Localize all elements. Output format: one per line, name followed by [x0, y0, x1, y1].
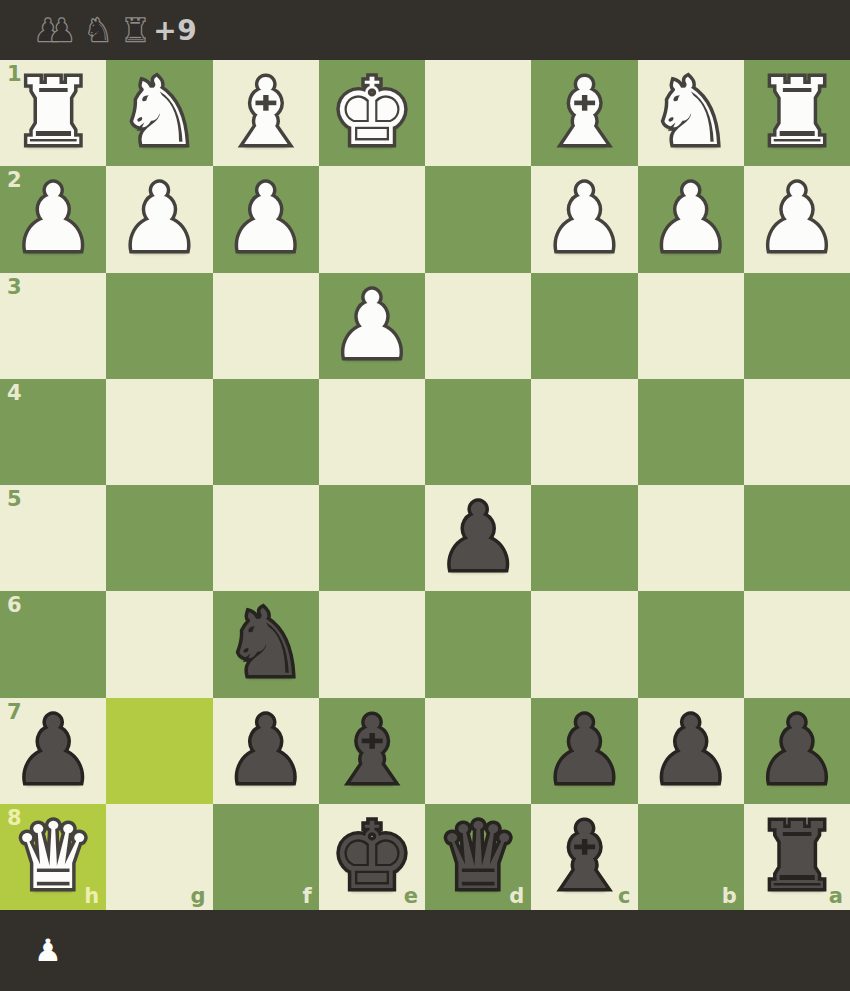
rank-label-3: 3 — [7, 277, 22, 298]
square-h1[interactable]: 1 — [0, 60, 106, 166]
square-b1[interactable] — [638, 60, 744, 166]
piece-white-pawn[interactable] — [638, 166, 744, 272]
square-a3[interactable] — [744, 273, 850, 379]
piece-white-pawn[interactable] — [531, 166, 637, 272]
piece-white-bishop[interactable] — [531, 60, 637, 166]
square-c3[interactable] — [531, 273, 637, 379]
captured-pieces-bottom — [0, 910, 62, 991]
square-g3[interactable] — [106, 273, 212, 379]
captured-group — [34, 935, 62, 966]
piece-white-pawn[interactable] — [744, 166, 850, 272]
file-label-e: e — [404, 886, 418, 907]
square-g6[interactable] — [106, 591, 212, 697]
captured-group — [85, 15, 113, 46]
captured-black-rook-icon — [121, 15, 149, 46]
square-e7[interactable] — [319, 698, 425, 804]
square-f6[interactable] — [213, 591, 319, 697]
material-score: +9 — [153, 14, 197, 47]
square-g8[interactable]: g — [106, 804, 212, 910]
captured-group — [121, 15, 149, 46]
square-d6[interactable] — [425, 591, 531, 697]
square-b8[interactable]: b — [638, 804, 744, 910]
square-d7[interactable] — [425, 698, 531, 804]
piece-black-pawn[interactable] — [638, 698, 744, 804]
square-g1[interactable] — [106, 60, 212, 166]
square-d5[interactable] — [425, 485, 531, 591]
square-h8[interactable]: 8h — [0, 804, 106, 910]
square-f8[interactable]: f — [213, 804, 319, 910]
file-label-g: g — [190, 886, 205, 907]
file-label-d: d — [509, 886, 524, 907]
square-e5[interactable] — [319, 485, 425, 591]
square-a4[interactable] — [744, 379, 850, 485]
square-d2[interactable] — [425, 166, 531, 272]
captured-group — [34, 15, 76, 46]
square-a1[interactable] — [744, 60, 850, 166]
captured-black-knight-icon — [85, 15, 113, 46]
square-c4[interactable] — [531, 379, 637, 485]
file-label-f: f — [303, 886, 312, 907]
square-d3[interactable] — [425, 273, 531, 379]
square-g2[interactable] — [106, 166, 212, 272]
chess-board[interactable]: 12345678hgfedcba — [0, 60, 850, 910]
file-label-c: c — [618, 886, 630, 907]
piece-black-pawn[interactable] — [425, 485, 531, 591]
rank-label-4: 4 — [7, 383, 22, 404]
square-g4[interactable] — [106, 379, 212, 485]
square-e8[interactable]: e — [319, 804, 425, 910]
square-h6[interactable]: 6 — [0, 591, 106, 697]
square-d4[interactable] — [425, 379, 531, 485]
square-f2[interactable] — [213, 166, 319, 272]
file-label-a: a — [829, 886, 843, 907]
square-b6[interactable] — [638, 591, 744, 697]
captured-white-pawn-icon — [34, 935, 62, 966]
square-g5[interactable] — [106, 485, 212, 591]
square-h5[interactable]: 5 — [0, 485, 106, 591]
piece-black-knight[interactable] — [213, 591, 319, 697]
square-e1[interactable] — [319, 60, 425, 166]
rank-label-2: 2 — [7, 170, 22, 191]
square-b2[interactable] — [638, 166, 744, 272]
square-e4[interactable] — [319, 379, 425, 485]
square-a6[interactable] — [744, 591, 850, 697]
square-a7[interactable] — [744, 698, 850, 804]
piece-black-pawn[interactable] — [744, 698, 850, 804]
square-b4[interactable] — [638, 379, 744, 485]
rank-label-5: 5 — [7, 489, 22, 510]
piece-white-knight[interactable] — [638, 60, 744, 166]
square-b3[interactable] — [638, 273, 744, 379]
square-f5[interactable] — [213, 485, 319, 591]
square-f1[interactable] — [213, 60, 319, 166]
square-e2[interactable] — [319, 166, 425, 272]
square-d1[interactable] — [425, 60, 531, 166]
rank-label-1: 1 — [7, 64, 22, 85]
square-h7[interactable]: 7 — [0, 698, 106, 804]
piece-white-rook[interactable] — [744, 60, 850, 166]
piece-white-pawn[interactable] — [106, 166, 212, 272]
square-g7[interactable] — [106, 698, 212, 804]
square-f4[interactable] — [213, 379, 319, 485]
square-f3[interactable] — [213, 273, 319, 379]
file-label-h: h — [84, 886, 99, 907]
piece-black-bishop[interactable] — [319, 698, 425, 804]
square-b5[interactable] — [638, 485, 744, 591]
piece-white-pawn[interactable] — [213, 166, 319, 272]
square-f7[interactable] — [213, 698, 319, 804]
rank-label-6: 6 — [7, 595, 22, 616]
square-c1[interactable] — [531, 60, 637, 166]
square-d8[interactable]: d — [425, 804, 531, 910]
piece-black-pawn[interactable] — [531, 698, 637, 804]
square-b7[interactable] — [638, 698, 744, 804]
rank-label-8: 8 — [7, 808, 22, 829]
square-e3[interactable] — [319, 273, 425, 379]
square-c7[interactable] — [531, 698, 637, 804]
square-c6[interactable] — [531, 591, 637, 697]
top-player-bar: +9 — [0, 0, 850, 60]
piece-white-bishop[interactable] — [213, 60, 319, 166]
piece-white-knight[interactable] — [106, 60, 212, 166]
piece-white-pawn[interactable] — [319, 273, 425, 379]
square-c8[interactable]: c — [531, 804, 637, 910]
captured-black-pawn-icon — [48, 15, 76, 46]
square-a8[interactable]: a — [744, 804, 850, 910]
captured-pieces-top — [0, 0, 149, 60]
piece-white-king[interactable] — [319, 60, 425, 166]
square-h2[interactable]: 2 — [0, 166, 106, 272]
square-c5[interactable] — [531, 485, 637, 591]
square-e6[interactable] — [319, 591, 425, 697]
piece-black-pawn[interactable] — [213, 698, 319, 804]
rank-label-7: 7 — [7, 702, 22, 723]
square-h4[interactable]: 4 — [0, 379, 106, 485]
square-a2[interactable] — [744, 166, 850, 272]
square-h3[interactable]: 3 — [0, 273, 106, 379]
bottom-player-bar — [0, 910, 850, 991]
square-c2[interactable] — [531, 166, 637, 272]
square-a5[interactable] — [744, 485, 850, 591]
file-label-b: b — [722, 886, 737, 907]
